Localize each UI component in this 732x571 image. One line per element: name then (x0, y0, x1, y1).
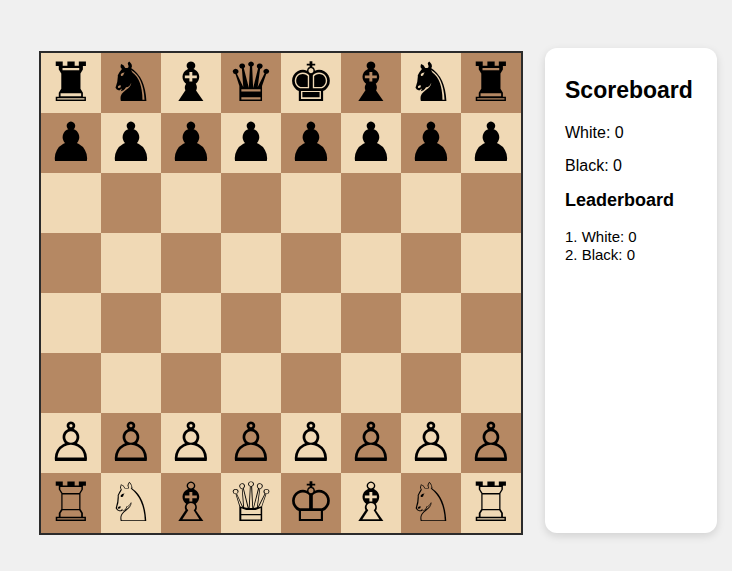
piece-white-pawn: ♙ (107, 413, 155, 473)
square-h7[interactable]: ♟ (461, 113, 521, 173)
piece-white-knight: ♘ (407, 473, 455, 533)
piece-white-pawn: ♙ (167, 413, 215, 473)
square-g7[interactable]: ♟ (401, 113, 461, 173)
square-e7[interactable]: ♟ (281, 113, 341, 173)
square-g5[interactable] (401, 233, 461, 293)
square-d4[interactable] (221, 293, 281, 353)
square-e1[interactable]: ♔ (281, 473, 341, 533)
square-h3[interactable] (461, 353, 521, 413)
white-score: White: 0 (565, 124, 697, 142)
piece-black-bishop: ♝ (167, 53, 215, 113)
square-g4[interactable] (401, 293, 461, 353)
square-g8[interactable]: ♞ (401, 53, 461, 113)
square-c6[interactable] (161, 173, 221, 233)
piece-black-knight: ♞ (407, 53, 455, 113)
square-f7[interactable]: ♟ (341, 113, 401, 173)
square-f5[interactable] (341, 233, 401, 293)
square-f8[interactable]: ♝ (341, 53, 401, 113)
black-score: Black: 0 (565, 157, 697, 175)
square-b6[interactable] (101, 173, 161, 233)
square-e2[interactable]: ♙ (281, 413, 341, 473)
square-e4[interactable] (281, 293, 341, 353)
square-h8[interactable]: ♜ (461, 53, 521, 113)
leaderboard-item: 1. White: 0 (565, 228, 697, 246)
square-g3[interactable] (401, 353, 461, 413)
piece-white-bishop: ♗ (347, 473, 395, 533)
square-f3[interactable] (341, 353, 401, 413)
square-g6[interactable] (401, 173, 461, 233)
square-b5[interactable] (101, 233, 161, 293)
square-d6[interactable] (221, 173, 281, 233)
square-d7[interactable]: ♟ (221, 113, 281, 173)
piece-black-rook: ♜ (47, 53, 95, 113)
leaderboard-item: 2. Black: 0 (565, 246, 697, 264)
square-e3[interactable] (281, 353, 341, 413)
piece-black-pawn: ♟ (347, 113, 395, 173)
square-c3[interactable] (161, 353, 221, 413)
square-a6[interactable] (41, 173, 101, 233)
square-h1[interactable]: ♖ (461, 473, 521, 533)
square-b3[interactable] (101, 353, 161, 413)
square-b2[interactable]: ♙ (101, 413, 161, 473)
piece-white-pawn: ♙ (347, 413, 395, 473)
square-c4[interactable] (161, 293, 221, 353)
square-f4[interactable] (341, 293, 401, 353)
piece-black-pawn: ♟ (467, 113, 515, 173)
square-a1[interactable]: ♖ (41, 473, 101, 533)
piece-white-pawn: ♙ (47, 413, 95, 473)
square-d1[interactable]: ♕ (221, 473, 281, 533)
square-c8[interactable]: ♝ (161, 53, 221, 113)
piece-white-rook: ♖ (47, 473, 95, 533)
square-b1[interactable]: ♘ (101, 473, 161, 533)
piece-white-knight: ♘ (107, 473, 155, 533)
square-d3[interactable] (221, 353, 281, 413)
piece-white-king: ♔ (287, 473, 335, 533)
square-b4[interactable] (101, 293, 161, 353)
piece-white-queen: ♕ (227, 473, 275, 533)
square-a4[interactable] (41, 293, 101, 353)
piece-white-pawn: ♙ (227, 413, 275, 473)
piece-black-pawn: ♟ (47, 113, 95, 173)
square-g2[interactable]: ♙ (401, 413, 461, 473)
square-a8[interactable]: ♜ (41, 53, 101, 113)
piece-white-pawn: ♙ (287, 413, 335, 473)
piece-black-pawn: ♟ (287, 113, 335, 173)
square-g1[interactable]: ♘ (401, 473, 461, 533)
piece-black-pawn: ♟ (107, 113, 155, 173)
square-a7[interactable]: ♟ (41, 113, 101, 173)
piece-black-pawn: ♟ (227, 113, 275, 173)
piece-white-bishop: ♗ (167, 473, 215, 533)
square-d8[interactable]: ♛ (221, 53, 281, 113)
square-f6[interactable] (341, 173, 401, 233)
square-e5[interactable] (281, 233, 341, 293)
piece-white-pawn: ♙ (467, 413, 515, 473)
chess-board: ♜♞♝♛♚♝♞♜♟♟♟♟♟♟♟♟♙♙♙♙♙♙♙♙♖♘♗♕♔♗♘♖ (39, 51, 523, 535)
piece-black-pawn: ♟ (167, 113, 215, 173)
leaderboard-title: Leaderboard (565, 190, 697, 211)
square-f2[interactable]: ♙ (341, 413, 401, 473)
piece-black-king: ♚ (287, 53, 335, 113)
square-h4[interactable] (461, 293, 521, 353)
piece-black-rook: ♜ (467, 53, 515, 113)
page-layout: ♜♞♝♛♚♝♞♜♟♟♟♟♟♟♟♟♙♙♙♙♙♙♙♙♖♘♗♕♔♗♘♖ Scorebo… (0, 0, 732, 535)
square-a2[interactable]: ♙ (41, 413, 101, 473)
square-c2[interactable]: ♙ (161, 413, 221, 473)
square-e6[interactable] (281, 173, 341, 233)
square-b7[interactable]: ♟ (101, 113, 161, 173)
square-c7[interactable]: ♟ (161, 113, 221, 173)
scoreboard-title: Scoreboard (565, 77, 697, 104)
square-d5[interactable] (221, 233, 281, 293)
square-e8[interactable]: ♚ (281, 53, 341, 113)
leaderboard-list: 1. White: 0 2. Black: 0 (565, 228, 697, 264)
square-a3[interactable] (41, 353, 101, 413)
piece-black-queen: ♛ (227, 53, 275, 113)
scoreboard-panel: Scoreboard White: 0 Black: 0 Leaderboard… (545, 48, 717, 533)
square-h6[interactable] (461, 173, 521, 233)
piece-black-bishop: ♝ (347, 53, 395, 113)
piece-white-rook: ♖ (467, 473, 515, 533)
square-f1[interactable]: ♗ (341, 473, 401, 533)
square-c1[interactable]: ♗ (161, 473, 221, 533)
piece-black-knight: ♞ (107, 53, 155, 113)
square-a5[interactable] (41, 233, 101, 293)
square-c5[interactable] (161, 233, 221, 293)
piece-white-pawn: ♙ (407, 413, 455, 473)
square-b8[interactable]: ♞ (101, 53, 161, 113)
square-h5[interactable] (461, 233, 521, 293)
square-d2[interactable]: ♙ (221, 413, 281, 473)
square-h2[interactable]: ♙ (461, 413, 521, 473)
piece-black-pawn: ♟ (407, 113, 455, 173)
